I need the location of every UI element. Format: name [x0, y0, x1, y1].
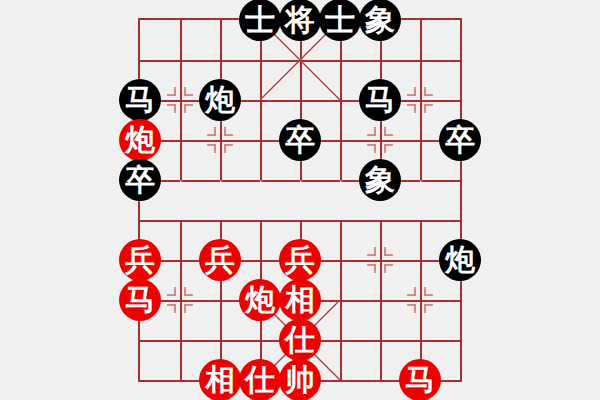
- piece-black-e0[interactable]: 将: [279, 0, 321, 41]
- point-marker-b7: [167, 287, 193, 313]
- board-cell: [220, 180, 260, 220]
- piece-red-e9[interactable]: 帅: [279, 359, 321, 400]
- piece-red-a6[interactable]: 兵: [119, 239, 161, 281]
- point-marker-c3: [207, 127, 233, 153]
- piece-black-a2[interactable]: 马: [119, 79, 161, 121]
- piece-red-e8[interactable]: 仕: [279, 319, 321, 361]
- point-marker-h2: [407, 87, 433, 113]
- board-cell: [300, 180, 340, 220]
- board-cell: [140, 20, 180, 60]
- board-cell: [180, 20, 220, 60]
- piece-black-c2[interactable]: 炮: [199, 79, 241, 121]
- board-cell: [340, 340, 380, 380]
- piece-red-e6[interactable]: 兵: [279, 239, 321, 281]
- piece-red-c6[interactable]: 兵: [199, 239, 241, 281]
- piece-red-a7[interactable]: 马: [119, 279, 161, 321]
- piece-black-g0[interactable]: 象: [359, 0, 401, 41]
- piece-black-g4[interactable]: 象: [359, 159, 401, 201]
- board-cell: [260, 60, 300, 100]
- piece-black-i3[interactable]: 卒: [439, 119, 481, 161]
- board-cell: [340, 300, 380, 340]
- point-marker-g6: [367, 247, 393, 273]
- piece-black-e3[interactable]: 卒: [279, 119, 321, 161]
- point-marker-g3: [367, 127, 393, 153]
- point-marker-h7: [407, 287, 433, 313]
- board-cell: [420, 20, 460, 60]
- board-cell: [180, 180, 220, 220]
- board-cell: [300, 60, 340, 100]
- board-cell: [260, 180, 300, 220]
- piece-black-a4[interactable]: 卒: [119, 159, 161, 201]
- piece-black-g2[interactable]: 马: [359, 79, 401, 121]
- piece-red-d7[interactable]: 炮: [239, 279, 281, 321]
- piece-red-a3[interactable]: 炮: [119, 119, 161, 161]
- piece-red-e7[interactable]: 相: [279, 279, 321, 321]
- piece-red-h9[interactable]: 马: [399, 359, 441, 400]
- board-cell: [140, 340, 180, 380]
- xiangqi-board: 士将士象马炮马炮卒卒卒象兵兵兵炮马炮相仕相仕帅马: [0, 0, 600, 400]
- point-marker-b2: [167, 87, 193, 113]
- piece-red-c9[interactable]: 相: [199, 359, 241, 400]
- piece-black-d0[interactable]: 士: [239, 0, 281, 41]
- piece-red-d9[interactable]: 仕: [239, 359, 281, 400]
- piece-black-f0[interactable]: 士: [319, 0, 361, 41]
- board-cell: [420, 180, 460, 220]
- piece-black-i6[interactable]: 炮: [439, 239, 481, 281]
